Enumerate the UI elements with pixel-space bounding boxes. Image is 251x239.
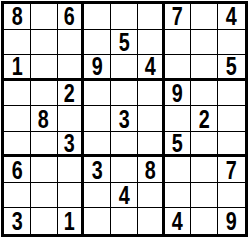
cell-r5c5[interactable]: 3	[111, 106, 138, 132]
cell-r9c6[interactable]	[138, 208, 165, 234]
cell-r8c6[interactable]	[138, 183, 165, 209]
cell-r9c5[interactable]	[111, 208, 138, 234]
cell-r6c1[interactable]	[4, 132, 31, 158]
cell-r3c4[interactable]: 9	[84, 55, 111, 81]
cell-r5c9[interactable]	[218, 106, 245, 132]
cell-r6c7[interactable]: 5	[165, 132, 192, 158]
cell-r6c6[interactable]	[138, 132, 165, 158]
cell-r3c1[interactable]: 1	[4, 55, 31, 81]
cell-r7c4[interactable]: 3	[84, 157, 111, 183]
cell-r3c2[interactable]	[31, 55, 58, 81]
cell-r6c5[interactable]	[111, 132, 138, 158]
cell-r7c5[interactable]	[111, 157, 138, 183]
cell-r3c3[interactable]	[58, 55, 85, 81]
cell-r6c3[interactable]: 3	[58, 132, 85, 158]
given-digit: 5	[118, 30, 129, 55]
cell-r6c9[interactable]	[218, 132, 245, 158]
cell-r2c2[interactable]	[31, 30, 58, 56]
cell-r8c4[interactable]	[84, 183, 111, 209]
cell-r8c9[interactable]	[218, 183, 245, 209]
cell-r2c6[interactable]	[138, 30, 165, 56]
cell-r2c5[interactable]: 5	[111, 30, 138, 56]
given-digit: 4	[172, 208, 183, 234]
sudoku-board: 8674519452983235638743149	[1, 1, 248, 237]
cell-r7c2[interactable]	[31, 157, 58, 183]
given-digit: 8	[11, 4, 22, 29]
cell-r1c1[interactable]: 8	[4, 4, 31, 30]
given-digit: 9	[92, 55, 103, 79]
given-digit: 8	[38, 106, 49, 131]
cell-r1c2[interactable]	[31, 4, 58, 30]
cell-r3c9[interactable]: 5	[218, 55, 245, 81]
cell-r2c3[interactable]	[58, 30, 85, 56]
given-digit: 9	[226, 208, 237, 234]
cell-r2c7[interactable]	[165, 30, 192, 56]
given-digit: 6	[64, 4, 75, 29]
cell-r6c2[interactable]	[31, 132, 58, 158]
given-digit: 3	[118, 106, 129, 131]
cell-r5c6[interactable]	[138, 106, 165, 132]
cell-r4c4[interactable]	[84, 81, 111, 107]
given-digit: 9	[172, 81, 183, 106]
cell-r9c4[interactable]	[84, 208, 111, 234]
cell-r4c2[interactable]	[31, 81, 58, 107]
cell-r4c7[interactable]: 9	[165, 81, 192, 107]
cell-r5c7[interactable]	[165, 106, 192, 132]
cell-r9c8[interactable]	[191, 208, 218, 234]
cell-r2c1[interactable]	[4, 30, 31, 56]
given-digit: 5	[226, 55, 237, 79]
cell-r8c5[interactable]: 4	[111, 183, 138, 209]
cell-r7c7[interactable]	[165, 157, 192, 183]
given-digit: 2	[64, 81, 75, 106]
cell-r1c9[interactable]: 4	[218, 4, 245, 30]
cell-r1c5[interactable]	[111, 4, 138, 30]
cell-r9c2[interactable]	[31, 208, 58, 234]
given-digit: 4	[226, 4, 237, 29]
cell-r5c3[interactable]	[58, 106, 85, 132]
cell-r6c4[interactable]	[84, 132, 111, 158]
cell-r8c1[interactable]	[4, 183, 31, 209]
given-digit: 4	[144, 55, 155, 79]
cell-r8c7[interactable]	[165, 183, 192, 209]
cell-r8c2[interactable]	[31, 183, 58, 209]
cell-r1c3[interactable]: 6	[58, 4, 85, 30]
given-digit: 4	[118, 183, 129, 208]
cell-r7c8[interactable]	[191, 157, 218, 183]
given-digit: 8	[144, 157, 155, 182]
given-digit: 3	[11, 208, 22, 234]
given-digit: 1	[64, 208, 75, 234]
given-digit: 6	[11, 157, 22, 182]
cell-r4c9[interactable]	[218, 81, 245, 107]
sudoku-page: 8674519452983235638743149	[0, 0, 251, 239]
cell-r1c4[interactable]	[84, 4, 111, 30]
given-digit: 1	[11, 55, 22, 79]
cell-r4c1[interactable]	[4, 81, 31, 107]
given-digit: 7	[226, 157, 237, 182]
cell-r7c3[interactable]	[58, 157, 85, 183]
given-digit: 5	[172, 132, 183, 156]
given-digit: 2	[199, 106, 210, 131]
cell-r7c6[interactable]: 8	[138, 157, 165, 183]
cell-r1c8[interactable]	[191, 4, 218, 30]
cell-r9c9[interactable]: 9	[218, 208, 245, 234]
cell-r1c7[interactable]: 7	[165, 4, 192, 30]
cell-r5c8[interactable]: 2	[191, 106, 218, 132]
cell-r8c8[interactable]	[191, 183, 218, 209]
cell-r4c6[interactable]	[138, 81, 165, 107]
cell-r9c7[interactable]: 4	[165, 208, 192, 234]
cell-r7c1[interactable]: 6	[4, 157, 31, 183]
cell-r5c2[interactable]: 8	[31, 106, 58, 132]
cell-r4c5[interactable]	[111, 81, 138, 107]
cell-r8c3[interactable]	[58, 183, 85, 209]
cell-r9c1[interactable]: 3	[4, 208, 31, 234]
cell-r2c4[interactable]	[84, 30, 111, 56]
cell-r9c3[interactable]: 1	[58, 208, 85, 234]
cell-r6c8[interactable]	[191, 132, 218, 158]
cell-r4c8[interactable]	[191, 81, 218, 107]
cell-r3c5[interactable]	[111, 55, 138, 81]
cell-r3c6[interactable]: 4	[138, 55, 165, 81]
cell-r3c8[interactable]	[191, 55, 218, 81]
cell-r1c6[interactable]	[138, 4, 165, 30]
given-digit: 7	[172, 4, 183, 29]
cell-r4c3[interactable]: 2	[58, 81, 85, 107]
cell-r7c9[interactable]: 7	[218, 157, 245, 183]
given-digit: 3	[92, 157, 103, 182]
cell-r5c1[interactable]	[4, 106, 31, 132]
cell-r2c9[interactable]	[218, 30, 245, 56]
cell-r3c7[interactable]	[165, 55, 192, 81]
cell-r2c8[interactable]	[191, 30, 218, 56]
cell-r5c4[interactable]	[84, 106, 111, 132]
given-digit: 3	[64, 132, 75, 156]
